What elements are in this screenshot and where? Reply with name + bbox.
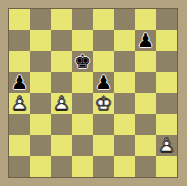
piece-black-king-d6[interactable]: ♚ bbox=[72, 51, 93, 72]
pawn-outline-glyph: ♙ bbox=[156, 135, 177, 156]
square-f2[interactable] bbox=[114, 135, 135, 156]
square-d5[interactable] bbox=[72, 72, 93, 93]
chess-app-window: ♟♚♟♟♟♙♟♙♚♔♟♙ bbox=[0, 0, 187, 186]
square-f7[interactable] bbox=[114, 30, 135, 51]
square-b1[interactable] bbox=[30, 156, 51, 177]
square-f3[interactable] bbox=[114, 114, 135, 135]
piece-black-pawn-e5[interactable]: ♟ bbox=[93, 72, 114, 93]
square-h2[interactable]: ♟♙ bbox=[156, 135, 177, 156]
square-h5[interactable] bbox=[156, 72, 177, 93]
pawn-glyph: ♟ bbox=[9, 72, 30, 93]
square-a6[interactable] bbox=[9, 51, 30, 72]
piece-white-pawn-a4[interactable]: ♟♙ bbox=[9, 93, 30, 114]
pawn-outline-glyph: ♙ bbox=[9, 93, 30, 114]
square-h3[interactable] bbox=[156, 114, 177, 135]
square-d6[interactable]: ♚ bbox=[72, 51, 93, 72]
king-glyph: ♚ bbox=[72, 51, 93, 72]
square-a8[interactable] bbox=[9, 9, 30, 30]
square-c5[interactable] bbox=[51, 72, 72, 93]
square-f8[interactable] bbox=[114, 9, 135, 30]
pawn-glyph: ♟ bbox=[93, 72, 114, 93]
square-b4[interactable] bbox=[30, 93, 51, 114]
square-d3[interactable] bbox=[72, 114, 93, 135]
square-f4[interactable] bbox=[114, 93, 135, 114]
square-c4[interactable]: ♟♙ bbox=[51, 93, 72, 114]
square-h7[interactable] bbox=[156, 30, 177, 51]
piece-black-pawn-g7[interactable]: ♟ bbox=[135, 30, 156, 51]
square-g2[interactable] bbox=[135, 135, 156, 156]
square-f1[interactable] bbox=[114, 156, 135, 177]
square-c1[interactable] bbox=[51, 156, 72, 177]
piece-black-pawn-a5[interactable]: ♟ bbox=[9, 72, 30, 93]
square-a7[interactable] bbox=[9, 30, 30, 51]
square-a5[interactable]: ♟ bbox=[9, 72, 30, 93]
square-b3[interactable] bbox=[30, 114, 51, 135]
square-c2[interactable] bbox=[51, 135, 72, 156]
square-g7[interactable]: ♟ bbox=[135, 30, 156, 51]
square-c6[interactable] bbox=[51, 51, 72, 72]
square-h8[interactable] bbox=[156, 9, 177, 30]
square-h4[interactable] bbox=[156, 93, 177, 114]
square-d8[interactable] bbox=[72, 9, 93, 30]
square-c3[interactable] bbox=[51, 114, 72, 135]
square-g6[interactable] bbox=[135, 51, 156, 72]
square-a2[interactable] bbox=[9, 135, 30, 156]
chess-board: ♟♚♟♟♟♙♟♙♚♔♟♙ bbox=[8, 8, 178, 178]
square-e4[interactable]: ♚♔ bbox=[93, 93, 114, 114]
piece-white-pawn-c4[interactable]: ♟♙ bbox=[51, 93, 72, 114]
square-d4[interactable] bbox=[72, 93, 93, 114]
square-a1[interactable] bbox=[9, 156, 30, 177]
king-outline-glyph: ♔ bbox=[93, 93, 114, 114]
square-a4[interactable]: ♟♙ bbox=[9, 93, 30, 114]
square-d2[interactable] bbox=[72, 135, 93, 156]
square-g8[interactable] bbox=[135, 9, 156, 30]
square-g5[interactable] bbox=[135, 72, 156, 93]
square-c8[interactable] bbox=[51, 9, 72, 30]
square-b2[interactable] bbox=[30, 135, 51, 156]
square-g1[interactable] bbox=[135, 156, 156, 177]
square-g3[interactable] bbox=[135, 114, 156, 135]
pawn-glyph: ♟ bbox=[135, 30, 156, 51]
square-d7[interactable] bbox=[72, 30, 93, 51]
square-f6[interactable] bbox=[114, 51, 135, 72]
square-e6[interactable] bbox=[93, 51, 114, 72]
square-f5[interactable] bbox=[114, 72, 135, 93]
square-b7[interactable] bbox=[30, 30, 51, 51]
square-b8[interactable] bbox=[30, 9, 51, 30]
square-e2[interactable] bbox=[93, 135, 114, 156]
square-e7[interactable] bbox=[93, 30, 114, 51]
square-a3[interactable] bbox=[9, 114, 30, 135]
square-d1[interactable] bbox=[72, 156, 93, 177]
square-e8[interactable] bbox=[93, 9, 114, 30]
piece-white-king-e4[interactable]: ♚♔ bbox=[93, 93, 114, 114]
square-e1[interactable] bbox=[93, 156, 114, 177]
pawn-outline-glyph: ♙ bbox=[51, 93, 72, 114]
square-b5[interactable] bbox=[30, 72, 51, 93]
square-g4[interactable] bbox=[135, 93, 156, 114]
square-e5[interactable]: ♟ bbox=[93, 72, 114, 93]
square-b6[interactable] bbox=[30, 51, 51, 72]
square-h6[interactable] bbox=[156, 51, 177, 72]
square-e3[interactable] bbox=[93, 114, 114, 135]
piece-white-pawn-h2[interactable]: ♟♙ bbox=[156, 135, 177, 156]
square-h1[interactable] bbox=[156, 156, 177, 177]
square-c7[interactable] bbox=[51, 30, 72, 51]
